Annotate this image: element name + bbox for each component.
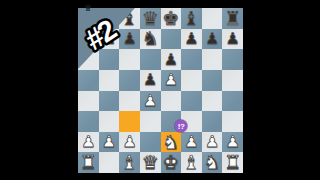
white-rook-h1[interactable]: ♜ [224, 153, 241, 172]
square-b5[interactable] [99, 70, 120, 91]
black-knight-d7[interactable]: ♞ [142, 29, 159, 48]
square-a4[interactable] [78, 91, 99, 112]
black-bishop-f8[interactable]: ♝ [183, 8, 200, 27]
square-g2[interactable]: ♟ [202, 132, 223, 153]
square-d4[interactable]: ♟ [140, 91, 161, 112]
square-g7[interactable]: ♟ [202, 29, 223, 50]
square-d1[interactable]: ♛ [140, 152, 161, 173]
square-b2[interactable]: ♟ [99, 132, 120, 153]
white-pawn-c2[interactable]: ♟ [122, 134, 136, 150]
square-b3[interactable] [99, 111, 120, 132]
square-c2[interactable]: ♟ [119, 132, 140, 153]
square-c1[interactable]: ♝ [119, 152, 140, 173]
square-h1[interactable]: ♜ [222, 152, 243, 173]
square-g1[interactable]: ♞ [202, 152, 223, 173]
square-h7[interactable]: ♟ [222, 29, 243, 50]
black-queen-d8[interactable]: ♛ [142, 8, 159, 27]
square-d8[interactable]: ♛ [140, 8, 161, 29]
square-f4[interactable] [181, 91, 202, 112]
episode-number: #2 [79, 13, 121, 56]
square-f6[interactable] [181, 49, 202, 70]
square-e8[interactable]: ♚ [161, 8, 182, 29]
black-pawn-g7[interactable]: ♟ [205, 30, 219, 46]
white-rook-a1[interactable]: ♜ [80, 153, 97, 172]
thumbnail-canvas: !? ♜♞♝♛♚♝♜♟♟♟♞♟♟♟♟♟♟♟♟♟♟♞♟♟♟♜♝♛♚♝♞♜ ♛ #2 [0, 0, 320, 180]
square-b4[interactable] [99, 91, 120, 112]
square-g8[interactable] [202, 8, 223, 29]
square-h6[interactable] [222, 49, 243, 70]
square-g4[interactable] [202, 91, 223, 112]
episode-overlay: #2 [63, 7, 137, 65]
square-h3[interactable] [222, 111, 243, 132]
interesting-move-badge: !? [175, 120, 188, 133]
white-king-e1[interactable]: ♚ [162, 153, 179, 172]
square-e4[interactable] [161, 91, 182, 112]
square-b1[interactable] [99, 152, 120, 173]
square-g5[interactable] [202, 70, 223, 91]
black-king-e8[interactable]: ♚ [162, 8, 179, 27]
white-bishop-f1[interactable]: ♝ [183, 153, 200, 172]
black-rook-h8[interactable]: ♜ [224, 8, 241, 27]
black-pawn-d5[interactable]: ♟ [143, 72, 157, 88]
white-pawn-b2[interactable]: ♟ [102, 134, 116, 150]
square-f1[interactable]: ♝ [181, 152, 202, 173]
square-e2[interactable]: ♞ [161, 132, 182, 153]
black-pawn-h7[interactable]: ♟ [226, 30, 240, 46]
square-e1[interactable]: ♚ [161, 152, 182, 173]
square-a1[interactable]: ♜ [78, 152, 99, 173]
square-a3[interactable] [78, 111, 99, 132]
interesting-move-label: !? [178, 122, 185, 130]
square-d7[interactable]: ♞ [140, 29, 161, 50]
square-f5[interactable] [181, 70, 202, 91]
square-f7[interactable]: ♟ [181, 29, 202, 50]
square-h4[interactable] [222, 91, 243, 112]
white-pawn-f2[interactable]: ♟ [184, 134, 198, 150]
square-h2[interactable]: ♟ [222, 132, 243, 153]
square-e6[interactable]: ♟ [161, 49, 182, 70]
square-a2[interactable]: ♟ [78, 132, 99, 153]
white-pawn-a2[interactable]: ♟ [81, 134, 95, 150]
white-pawn-e5[interactable]: ♟ [164, 72, 178, 88]
white-bishop-c1[interactable]: ♝ [121, 153, 138, 172]
square-c5[interactable] [119, 70, 140, 91]
square-f8[interactable]: ♝ [181, 8, 202, 29]
black-pawn-e6[interactable]: ♟ [164, 51, 178, 67]
square-d3[interactable] [140, 111, 161, 132]
square-g6[interactable] [202, 49, 223, 70]
square-c3[interactable] [119, 111, 140, 132]
black-pawn-f7[interactable]: ♟ [184, 30, 198, 46]
square-g3[interactable] [202, 111, 223, 132]
square-h5[interactable] [222, 70, 243, 91]
square-d6[interactable] [140, 49, 161, 70]
white-pawn-d4[interactable]: ♟ [143, 92, 157, 108]
white-pawn-g2[interactable]: ♟ [205, 134, 219, 150]
white-queen-d1[interactable]: ♛ [142, 153, 159, 172]
square-c4[interactable] [119, 91, 140, 112]
square-e7[interactable] [161, 29, 182, 50]
square-d2[interactable] [140, 132, 161, 153]
square-a5[interactable] [78, 70, 99, 91]
square-d5[interactable]: ♟ [140, 70, 161, 91]
white-pawn-h2[interactable]: ♟ [226, 134, 240, 150]
white-knight-g1[interactable]: ♞ [204, 153, 221, 172]
white-knight-e2[interactable]: ♞ [162, 132, 179, 151]
square-f2[interactable]: ♟ [181, 132, 202, 153]
square-h8[interactable]: ♜ [222, 8, 243, 29]
square-e5[interactable]: ♟ [161, 70, 182, 91]
